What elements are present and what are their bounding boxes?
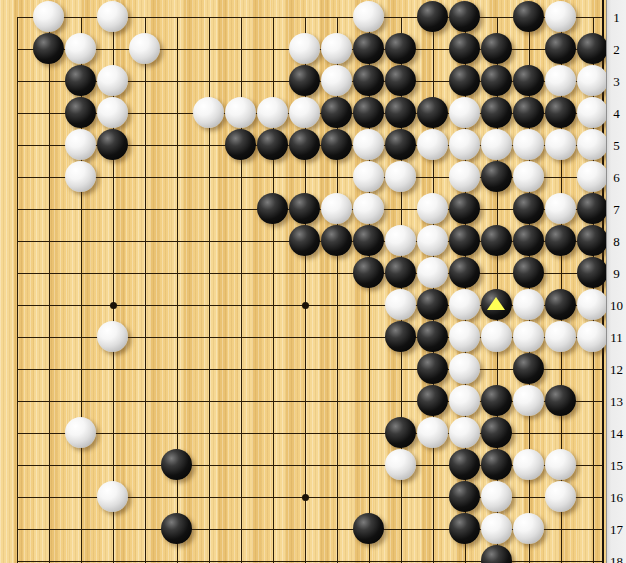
white-stone	[577, 97, 608, 128]
go-board[interactable]	[0, 0, 607, 563]
black-stone	[577, 225, 608, 256]
grid-horizontal-line	[17, 433, 602, 434]
white-stone	[417, 193, 448, 224]
row-coordinate-label: 4	[607, 107, 626, 120]
black-stone	[353, 513, 384, 544]
black-stone	[545, 225, 576, 256]
black-stone	[449, 449, 480, 480]
white-stone	[545, 449, 576, 480]
black-stone	[545, 385, 576, 416]
black-stone	[65, 97, 96, 128]
white-stone	[65, 161, 96, 192]
white-stone	[545, 193, 576, 224]
white-stone	[97, 65, 128, 96]
black-stone	[481, 417, 512, 448]
black-stone	[97, 129, 128, 160]
black-stone	[449, 481, 480, 512]
white-stone	[449, 161, 480, 192]
white-stone	[321, 193, 352, 224]
white-stone	[353, 193, 384, 224]
white-stone	[481, 321, 512, 352]
black-stone	[449, 193, 480, 224]
grid-vertical-line	[177, 17, 178, 563]
black-stone	[385, 257, 416, 288]
black-stone	[481, 289, 512, 320]
white-stone	[449, 353, 480, 384]
black-stone	[417, 385, 448, 416]
white-stone	[353, 1, 384, 32]
row-coordinate-label: 13	[607, 395, 626, 408]
black-stone	[353, 257, 384, 288]
white-stone	[353, 129, 384, 160]
black-stone	[417, 1, 448, 32]
white-stone	[481, 129, 512, 160]
black-stone	[257, 193, 288, 224]
white-stone	[449, 129, 480, 160]
black-stone	[385, 65, 416, 96]
black-stone	[449, 513, 480, 544]
white-stone	[385, 289, 416, 320]
black-stone	[545, 289, 576, 320]
star-point	[110, 302, 117, 309]
black-stone	[417, 321, 448, 352]
black-stone	[577, 257, 608, 288]
white-stone	[97, 481, 128, 512]
white-stone	[417, 257, 448, 288]
white-stone	[449, 385, 480, 416]
white-stone	[97, 97, 128, 128]
black-stone	[513, 353, 544, 384]
white-stone	[417, 225, 448, 256]
row-coordinate-label: 5	[607, 139, 626, 152]
black-stone	[577, 33, 608, 64]
white-stone	[289, 33, 320, 64]
white-stone	[577, 161, 608, 192]
black-stone	[513, 225, 544, 256]
row-coordinate-label: 1	[607, 11, 626, 24]
white-stone	[289, 97, 320, 128]
white-stone	[577, 129, 608, 160]
white-stone	[321, 65, 352, 96]
black-stone	[417, 289, 448, 320]
black-stone	[481, 545, 512, 563]
black-stone	[353, 97, 384, 128]
white-stone	[385, 225, 416, 256]
black-stone	[385, 321, 416, 352]
white-stone	[545, 129, 576, 160]
row-coordinate-label: 16	[607, 491, 626, 504]
white-stone	[129, 33, 160, 64]
black-stone	[225, 129, 256, 160]
white-stone	[449, 417, 480, 448]
black-stone	[449, 65, 480, 96]
black-stone	[481, 225, 512, 256]
black-stone	[449, 257, 480, 288]
black-stone	[385, 97, 416, 128]
black-stone	[385, 33, 416, 64]
white-stone	[577, 289, 608, 320]
row-coordinate-label: 10	[607, 299, 626, 312]
row-coordinate-label: 15	[607, 459, 626, 472]
star-point	[302, 302, 309, 309]
black-stone	[289, 225, 320, 256]
white-stone	[545, 481, 576, 512]
white-stone	[97, 321, 128, 352]
white-stone	[513, 161, 544, 192]
white-stone	[513, 449, 544, 480]
white-stone	[385, 449, 416, 480]
row-coordinate-label: 9	[607, 267, 626, 280]
black-stone	[65, 65, 96, 96]
black-stone	[481, 33, 512, 64]
row-coordinate-label: 11	[607, 331, 626, 344]
black-stone	[513, 193, 544, 224]
white-stone	[513, 385, 544, 416]
row-coordinate-label: 2	[607, 43, 626, 56]
white-stone	[353, 161, 384, 192]
row-coordinate-label: 6	[607, 171, 626, 184]
black-stone	[353, 33, 384, 64]
white-stone	[577, 321, 608, 352]
black-stone	[289, 129, 320, 160]
white-stone	[193, 97, 224, 128]
black-stone	[289, 193, 320, 224]
star-point	[302, 494, 309, 501]
white-stone	[417, 417, 448, 448]
white-stone	[449, 321, 480, 352]
row-coordinate-label: 18	[607, 555, 626, 563]
black-stone	[417, 97, 448, 128]
white-stone	[97, 1, 128, 32]
white-stone	[225, 97, 256, 128]
white-stone	[513, 129, 544, 160]
white-stone	[481, 481, 512, 512]
black-stone	[481, 161, 512, 192]
row-coordinate-strip: 123456789101112131415161718	[606, 0, 626, 563]
white-stone	[513, 513, 544, 544]
row-coordinate-label: 17	[607, 523, 626, 536]
row-coordinate-label: 12	[607, 363, 626, 376]
black-stone	[385, 417, 416, 448]
black-stone	[257, 129, 288, 160]
row-coordinate-label: 7	[607, 203, 626, 216]
last-move-triangle-icon	[487, 297, 505, 310]
white-stone	[545, 1, 576, 32]
white-stone	[65, 129, 96, 160]
black-stone	[449, 1, 480, 32]
grid-vertical-line	[49, 17, 50, 563]
black-stone	[481, 449, 512, 480]
black-stone	[513, 257, 544, 288]
black-stone	[449, 33, 480, 64]
black-stone	[481, 385, 512, 416]
white-stone	[513, 321, 544, 352]
row-coordinate-label: 14	[607, 427, 626, 440]
white-stone	[545, 65, 576, 96]
black-stone	[321, 97, 352, 128]
go-game-screenshot: 123456789101112131415161718	[0, 0, 626, 563]
black-stone	[449, 225, 480, 256]
black-stone	[417, 353, 448, 384]
grid-horizontal-line	[17, 561, 602, 562]
black-stone	[513, 97, 544, 128]
black-stone	[481, 65, 512, 96]
white-stone	[481, 513, 512, 544]
black-stone	[289, 65, 320, 96]
white-stone	[545, 321, 576, 352]
white-stone	[417, 129, 448, 160]
white-stone	[513, 289, 544, 320]
white-stone	[257, 97, 288, 128]
grid-vertical-line	[145, 17, 146, 563]
white-stone	[65, 33, 96, 64]
grid-vertical-line	[17, 17, 18, 563]
white-stone	[385, 161, 416, 192]
row-coordinate-label: 8	[607, 235, 626, 248]
black-stone	[385, 129, 416, 160]
black-stone	[321, 129, 352, 160]
black-stone	[577, 193, 608, 224]
row-coordinate-label: 3	[607, 75, 626, 88]
black-stone	[545, 33, 576, 64]
white-stone	[449, 97, 480, 128]
black-stone	[353, 65, 384, 96]
black-stone	[161, 513, 192, 544]
black-stone	[321, 225, 352, 256]
black-stone	[481, 97, 512, 128]
white-stone	[33, 1, 64, 32]
black-stone	[161, 449, 192, 480]
black-stone	[545, 97, 576, 128]
black-stone	[353, 225, 384, 256]
white-stone	[65, 417, 96, 448]
black-stone	[33, 33, 64, 64]
black-stone	[513, 1, 544, 32]
black-stone	[513, 65, 544, 96]
white-stone	[449, 289, 480, 320]
white-stone	[321, 33, 352, 64]
white-stone	[577, 65, 608, 96]
